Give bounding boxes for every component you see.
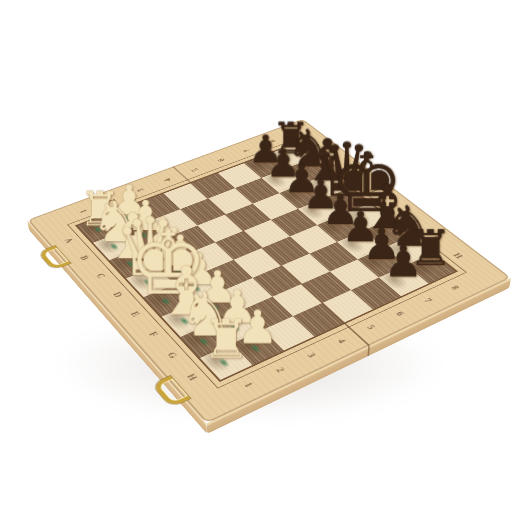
rank-label-7-kingside-edge: 7 xyxy=(415,292,440,309)
rank-label-4-kingside-edge: 4 xyxy=(329,332,354,350)
white-rook-glyph: ♜ xyxy=(176,312,276,366)
rank-label-3-kingside-edge: 3 xyxy=(299,346,324,365)
rank-label-2-kingside-edge: 2 xyxy=(268,360,293,379)
rank-label-6-kingside-edge: 6 xyxy=(387,305,412,322)
file-label-h-white-edge: H xyxy=(180,367,205,387)
rank-label-5-queenside-edge: 5 xyxy=(185,163,205,176)
black-pawn-glyph: ♟ xyxy=(357,241,450,284)
product-photo-scene: AA11BB22CC33DD44EE55FF66GG77HH88♜♞♟♝♟♛♟♚… xyxy=(0,0,520,520)
rank-label-5-kingside-edge: 5 xyxy=(359,318,384,336)
rank-label-1-kingside-edge: 1 xyxy=(236,375,261,395)
rank-label-8-kingside-edge: 8 xyxy=(443,279,468,296)
